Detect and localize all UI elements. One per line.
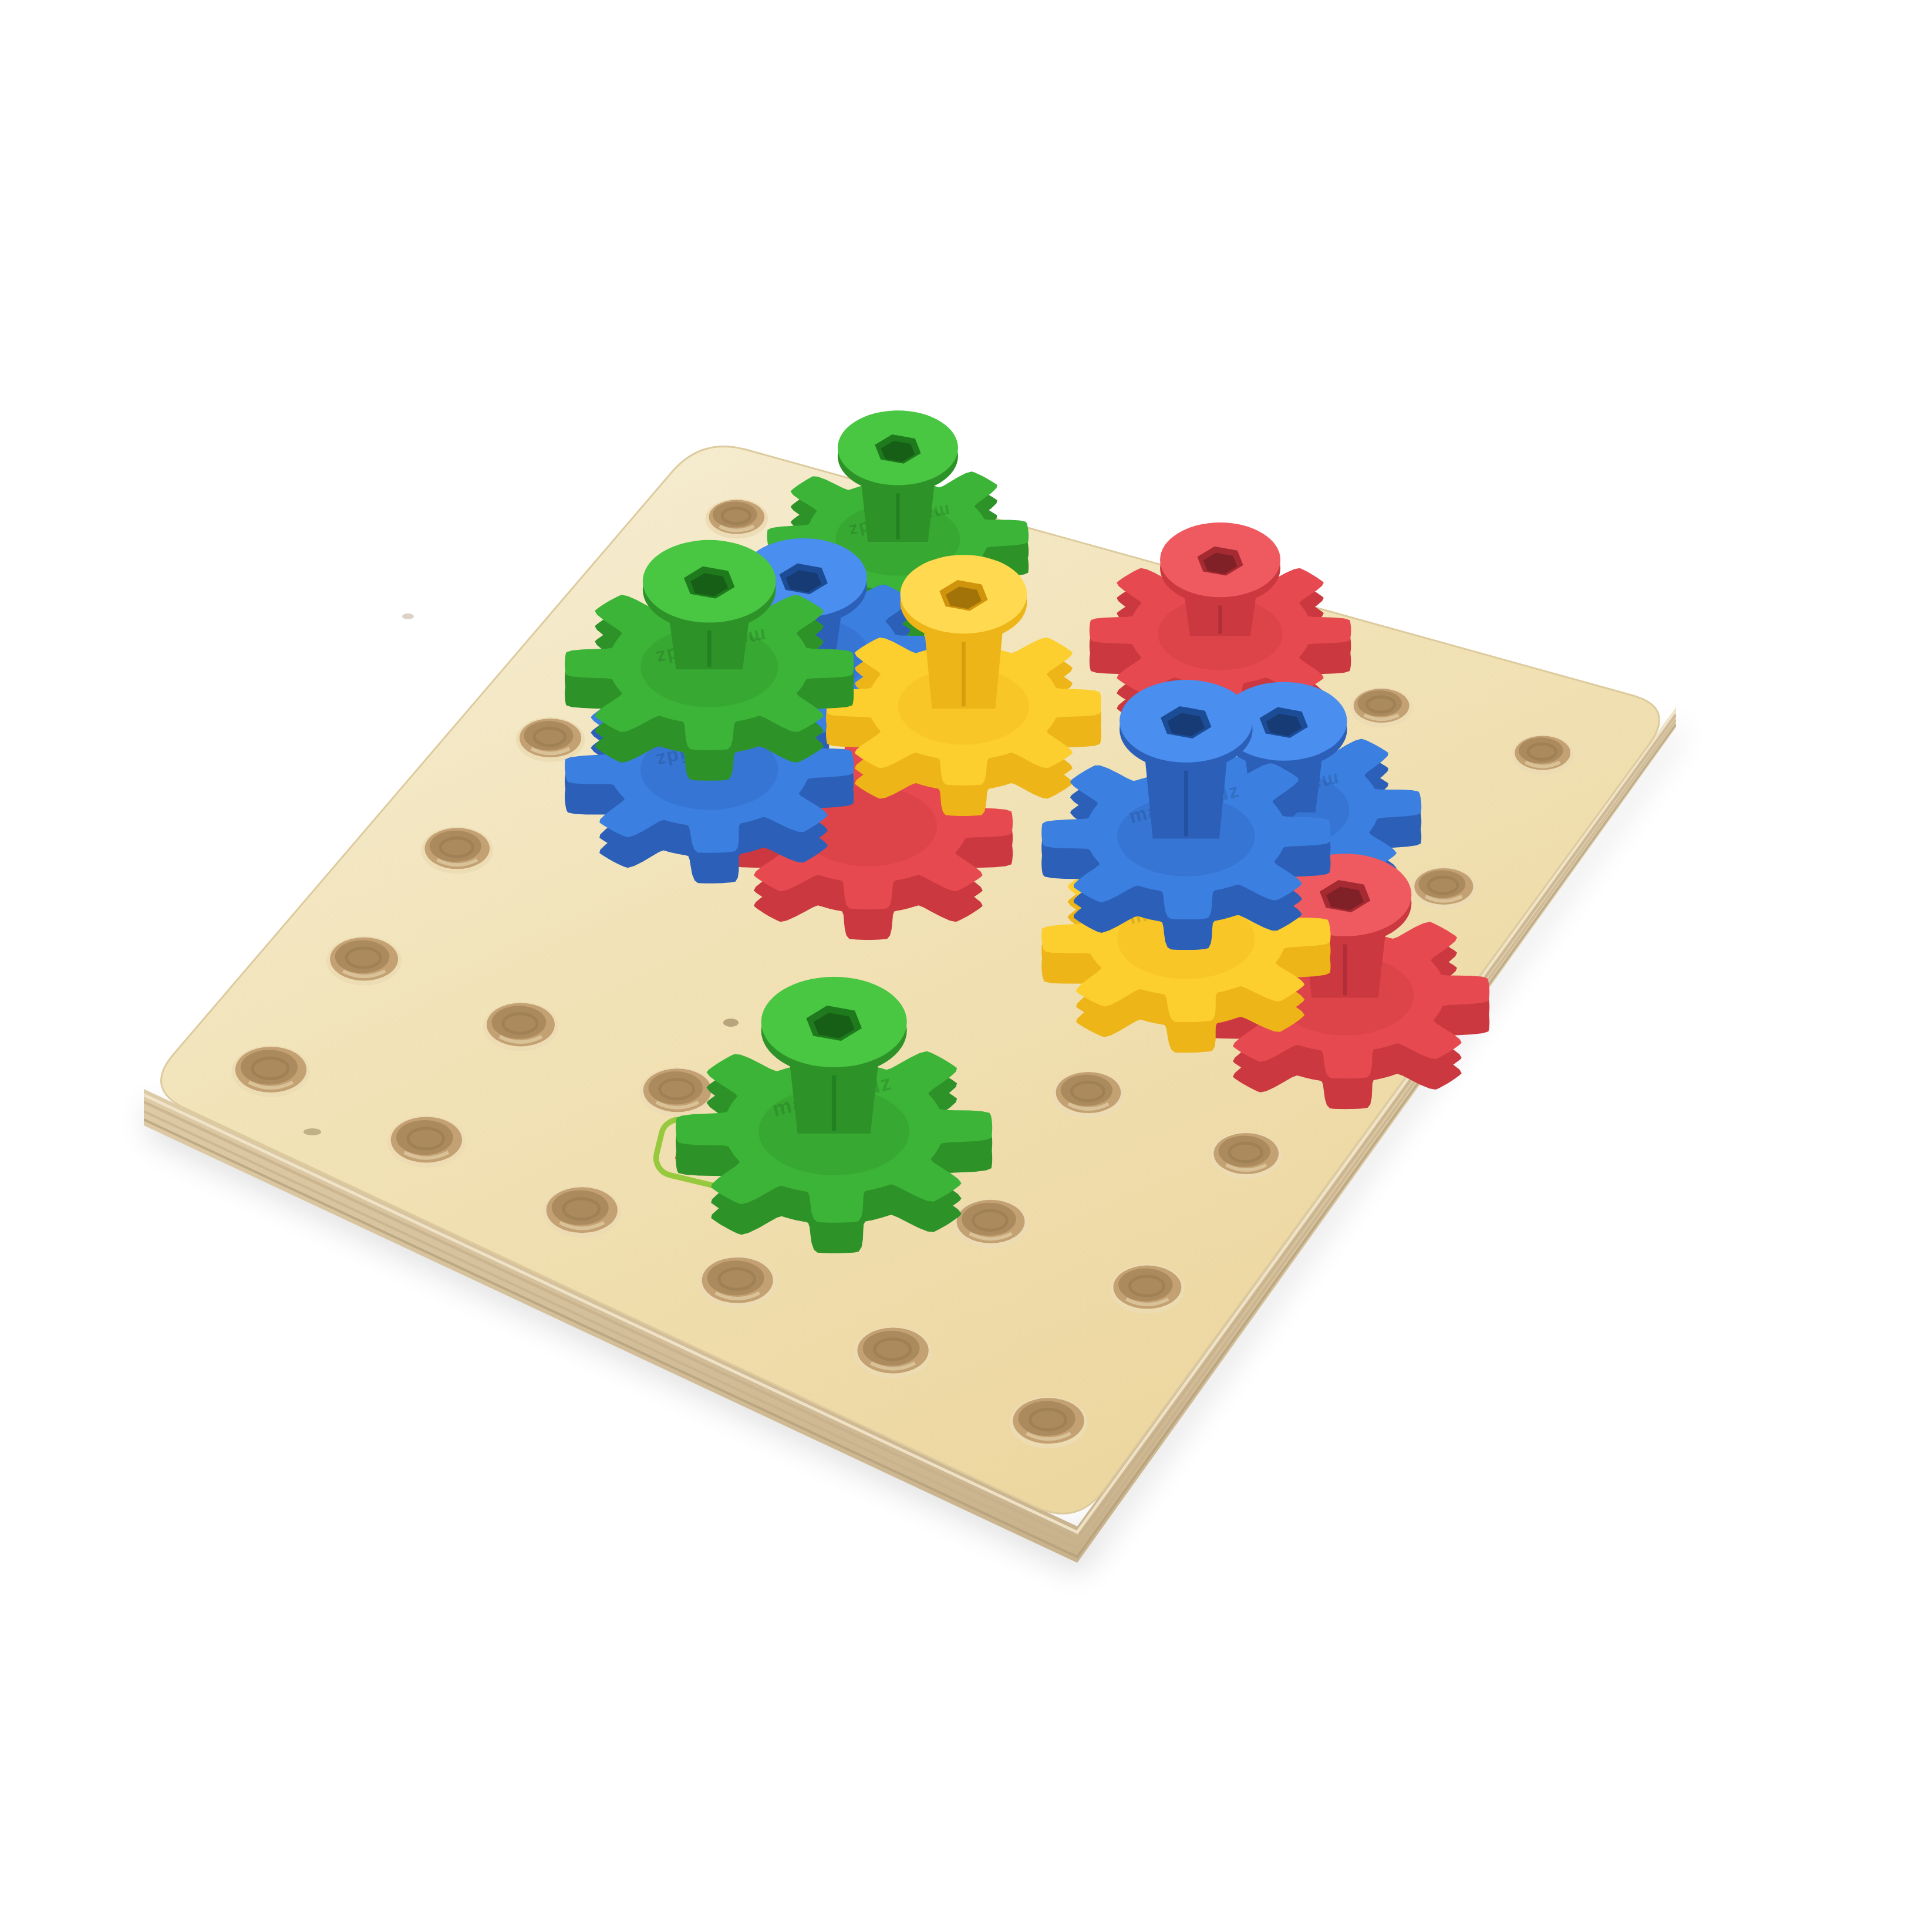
page: masterkidz masterkidzmasterkidzmasterkid… <box>0 0 1932 1932</box>
peg-hole-r4c1[interactable] <box>483 1002 558 1051</box>
peg-hole-r5c1[interactable] <box>387 1116 466 1168</box>
peg-hole-r5c4[interactable] <box>854 1327 932 1378</box>
peg-hole-r1c5[interactable] <box>1411 867 1476 909</box>
peg-hole-r5c2[interactable] <box>543 1186 621 1238</box>
peg-hole-r0c0[interactable] <box>705 498 768 538</box>
peg-hole-r4c0[interactable] <box>326 936 402 986</box>
peg-hole-r3c0[interactable] <box>421 827 493 874</box>
peg-hole-r5c3[interactable] <box>699 1256 777 1308</box>
peg-hole-r2c0[interactable] <box>516 717 585 762</box>
peg-hole-r3c4[interactable] <box>1053 1071 1125 1118</box>
peg-hole-r0c4[interactable] <box>1350 687 1413 727</box>
peg-hole-r4c5[interactable] <box>1110 1265 1185 1314</box>
peg-hole-r4c4[interactable] <box>953 1199 1029 1248</box>
peg-hole-r5c0[interactable] <box>232 1046 310 1097</box>
peg-hole-r4c2[interactable] <box>640 1067 715 1117</box>
pegboard-product-photo: masterkidz masterkidzmasterkidzmasterkid… <box>0 0 1932 1932</box>
peg-hole-r0c5[interactable] <box>1511 734 1574 774</box>
peg-hole-r5c5[interactable] <box>1009 1397 1087 1448</box>
peg-hole-r3c5[interactable] <box>1210 1132 1282 1179</box>
